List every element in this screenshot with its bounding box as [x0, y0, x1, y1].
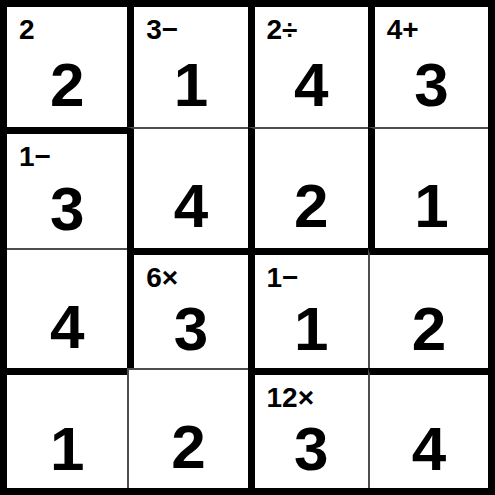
cell-r3c3[interactable]: 4 — [368, 368, 488, 488]
cell-r3c2[interactable]: 12× 3 — [248, 368, 368, 488]
cage-clue — [7, 250, 127, 288]
cage-clue — [370, 255, 488, 293]
cage-clue — [129, 370, 247, 408]
cell-value: 1 — [134, 45, 247, 127]
cell-r2c0[interactable]: 4 — [7, 248, 127, 368]
cell-value: 4 — [7, 288, 127, 368]
cell-value: 4 — [134, 167, 247, 247]
cell-r2c3[interactable]: 2 — [368, 248, 488, 368]
cell-r0c0[interactable]: 2 2 — [7, 7, 127, 127]
cell-value: 4 — [255, 45, 368, 127]
cage-clue — [7, 375, 127, 413]
cell-r2c2[interactable]: 1− 1 — [248, 248, 368, 368]
cell-value: 3 — [375, 45, 488, 127]
cell-r1c0[interactable]: 1− 3 — [7, 127, 127, 247]
cage-clue — [255, 129, 368, 167]
cell-r1c2[interactable]: 2 — [248, 127, 368, 247]
cell-r2c1[interactable]: 6× 3 — [127, 248, 247, 368]
cage-clue: 4+ — [375, 7, 488, 45]
cell-value: 1 — [7, 413, 127, 488]
cage-clue — [134, 129, 247, 167]
cage-clue: 12× — [255, 375, 368, 413]
cage-clue: 6× — [134, 255, 247, 293]
cell-value: 2 — [129, 408, 247, 488]
cell-value: 3 — [134, 293, 247, 368]
cell-r3c0[interactable]: 1 — [7, 368, 127, 488]
cell-value: 2 — [7, 45, 127, 127]
cell-value: 1 — [375, 167, 488, 247]
cage-clue: 1− — [255, 255, 368, 293]
cage-clue — [375, 129, 488, 167]
cell-value: 2 — [370, 293, 488, 368]
cage-clue: 3− — [134, 7, 247, 45]
cage-clue — [370, 375, 488, 413]
cell-r1c1[interactable]: 4 — [127, 127, 247, 247]
cell-r1c3[interactable]: 1 — [368, 127, 488, 247]
cell-value: 4 — [370, 413, 488, 488]
cage-clue: 2÷ — [255, 7, 368, 45]
cell-r3c1[interactable]: 2 — [127, 368, 247, 488]
cell-r0c2[interactable]: 2÷ 4 — [248, 7, 368, 127]
cell-r0c1[interactable]: 3− 1 — [127, 7, 247, 127]
kenken-board: 2 2 3− 1 2÷ 4 4+ 3 1− 3 4 2 1 4 6× 3 1− … — [0, 0, 495, 495]
cell-value: 2 — [255, 167, 368, 247]
cage-clue: 1− — [7, 134, 127, 172]
cell-r0c3[interactable]: 4+ 3 — [368, 7, 488, 127]
cell-value: 1 — [255, 293, 368, 368]
cell-value: 3 — [7, 172, 127, 247]
cage-clue: 2 — [7, 7, 127, 45]
cell-value: 3 — [255, 413, 368, 488]
